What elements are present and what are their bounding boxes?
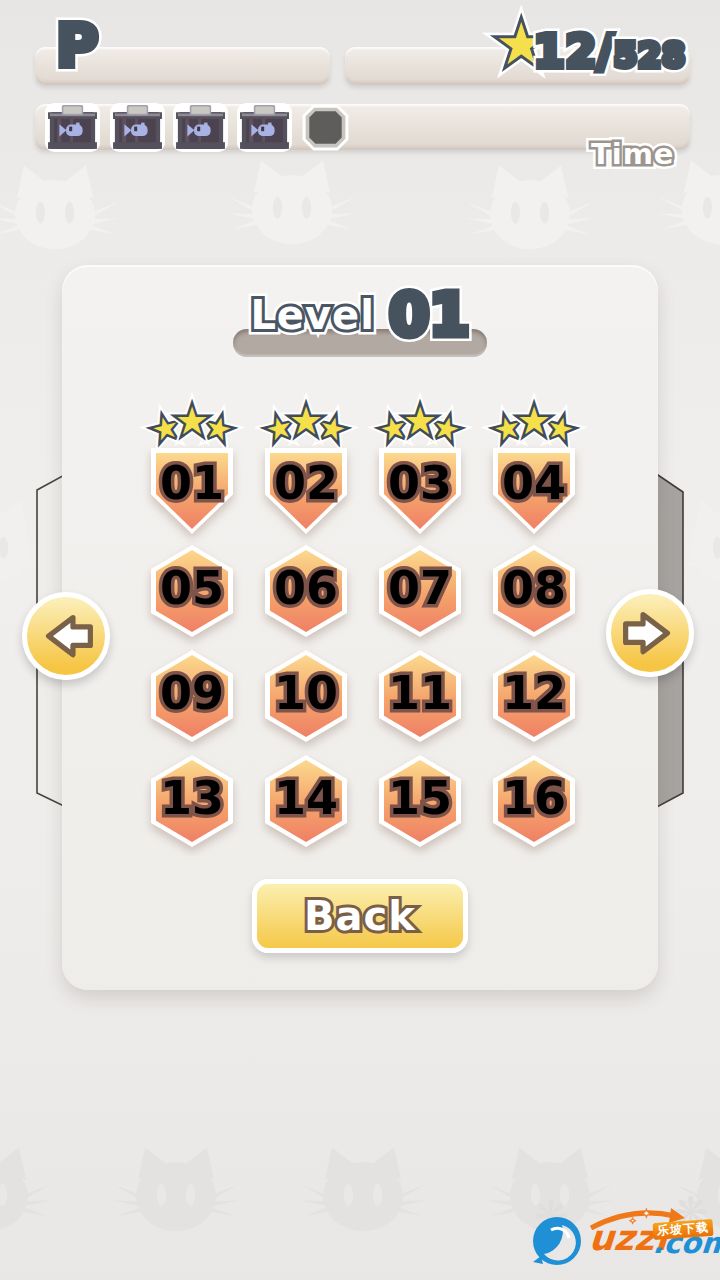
cat-pattern-icon xyxy=(112,1142,240,1233)
level-number: 06 xyxy=(274,561,338,615)
level-badge-13[interactable]: 13 xyxy=(151,755,233,847)
level-number: 07 xyxy=(388,561,452,615)
crescent-logo-icon xyxy=(531,1216,583,1266)
cat-pattern-icon xyxy=(466,160,594,251)
fish-can-icon xyxy=(173,100,228,152)
level-badge-11[interactable]: 11 xyxy=(379,650,461,742)
level-badge-01[interactable]: ★★★ 01 xyxy=(151,410,233,534)
prev-page-button[interactable] xyxy=(22,592,110,680)
fish-can-icon xyxy=(237,100,292,152)
level-number: 10 xyxy=(274,666,338,720)
stars-total: 528 xyxy=(614,36,686,75)
level-badge-05[interactable]: 05 xyxy=(151,545,233,637)
cat-pattern-icon xyxy=(228,155,356,246)
level-badge-15[interactable]: 15 xyxy=(379,755,461,847)
level-number: 14 xyxy=(274,771,338,825)
level-title: Level 01 xyxy=(62,281,658,349)
level-number: 01 xyxy=(160,456,224,510)
level-number: 05 xyxy=(160,561,224,615)
fish-can-icon xyxy=(45,100,100,152)
points-label: P xyxy=(56,12,100,80)
level-select-panel: Level 01 ★★★ 01 ★★★ 02 ★★★ 03 xyxy=(62,265,658,990)
level-badge-06[interactable]: 06 xyxy=(265,545,347,637)
star-rating: ★★★ xyxy=(493,410,575,448)
level-number: 13 xyxy=(160,771,224,825)
time-label: Time xyxy=(591,137,675,171)
level-badge-09[interactable]: 09 xyxy=(151,650,233,742)
level-badge-08[interactable]: 08 xyxy=(493,545,575,637)
cat-pattern-icon xyxy=(299,1142,427,1233)
star-icon: ★ xyxy=(403,402,437,440)
level-number: 08 xyxy=(502,561,566,615)
sparkle-icon: ✦ xyxy=(641,1206,652,1221)
back-button-label: Back xyxy=(304,893,416,939)
level-title-word: Level xyxy=(250,292,375,338)
level-number: 03 xyxy=(388,456,452,510)
level-badge-14[interactable]: 14 xyxy=(265,755,347,847)
level-title-number: 01 xyxy=(389,281,470,349)
left-arrow-icon xyxy=(37,613,95,659)
watermark-logo: ❋ ❋ uzzf .com 乐坡下载 ✦ ✦ xyxy=(525,1196,720,1280)
star-rating: ★★★ xyxy=(265,410,347,448)
level-badge-04[interactable]: ★★★ 04 xyxy=(493,410,575,534)
cat-pattern-icon xyxy=(0,160,119,251)
level-badge-12[interactable]: 12 xyxy=(493,650,575,742)
star-icon: ★ xyxy=(517,402,551,440)
star-rating: ★★★ xyxy=(151,410,233,448)
back-button[interactable]: Back xyxy=(252,879,468,953)
empty-can-slot-icon xyxy=(298,100,353,152)
next-page-button[interactable] xyxy=(606,589,694,677)
star-icon: ★ xyxy=(175,402,209,440)
level-badge-03[interactable]: ★★★ 03 xyxy=(379,410,461,534)
level-number: 02 xyxy=(274,456,338,510)
level-number: 12 xyxy=(502,666,566,720)
level-badge-07[interactable]: 07 xyxy=(379,545,461,637)
cat-pattern-icon xyxy=(0,1142,52,1233)
sparkle-icon: ✦ xyxy=(629,1216,637,1226)
stars-count: 12/ 528 xyxy=(534,26,686,77)
level-number: 16 xyxy=(502,771,566,825)
level-number: 15 xyxy=(388,771,452,825)
level-number: 04 xyxy=(502,456,566,510)
star-rating: ★★★ xyxy=(379,410,461,448)
level-number: 09 xyxy=(160,666,224,720)
level-badge-16[interactable]: 16 xyxy=(493,755,575,847)
level-badge-02[interactable]: ★★★ 02 xyxy=(265,410,347,534)
fish-can-icon xyxy=(110,100,165,152)
level-badge-10[interactable]: 10 xyxy=(265,650,347,742)
right-arrow-icon xyxy=(621,610,679,656)
star-icon: ★ xyxy=(289,402,323,440)
level-number: 11 xyxy=(388,666,452,720)
stars-current: 12/ xyxy=(534,26,614,77)
